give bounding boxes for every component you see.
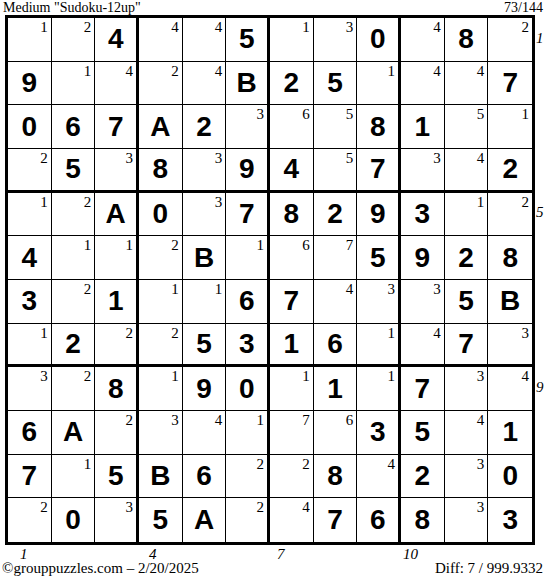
cell-r10c10[interactable]: 5	[401, 411, 445, 455]
given-digit: 8	[314, 455, 357, 498]
corner-mark: 4	[126, 63, 134, 80]
cell-r4c5[interactable]: 3	[183, 149, 227, 193]
cell-r11c4[interactable]: B	[139, 455, 183, 499]
corner-mark: 1	[84, 456, 92, 473]
cell-r4c6[interactable]: 9	[226, 149, 270, 193]
cell-r5c7[interactable]: 8	[270, 193, 314, 237]
cell-r2c11[interactable]: 4	[445, 62, 489, 106]
cell-r9c3[interactable]: 8	[95, 367, 139, 411]
cell-r8c12[interactable]: 3	[488, 324, 532, 368]
cell-r1c1[interactable]: 1	[8, 18, 52, 62]
cell-r2c2[interactable]: 1	[52, 62, 96, 106]
given-digit: 1	[270, 324, 313, 365]
corner-mark: 1	[40, 325, 48, 342]
cell-r1c10[interactable]: 4	[401, 18, 445, 62]
cell-r5c8[interactable]: 2	[314, 193, 358, 237]
cell-r2c7[interactable]: 2	[270, 62, 314, 106]
cell-r11c9[interactable]: 4	[357, 455, 401, 499]
given-digit: 7	[95, 105, 136, 148]
cell-r11c5[interactable]: 6	[183, 455, 227, 499]
cell-r1c4[interactable]: 4	[139, 18, 183, 62]
cell-r8c10[interactable]: 4	[401, 324, 445, 368]
cell-r3c1[interactable]: 0	[8, 105, 52, 149]
corner-mark: 2	[84, 281, 92, 298]
cell-r12c2[interactable]: 0	[52, 498, 96, 542]
given-digit: A	[183, 498, 226, 542]
given-digit: 2	[314, 193, 357, 236]
corner-mark: 4	[433, 19, 441, 36]
given-digit: A	[52, 411, 95, 454]
cell-r10c11[interactable]: 4	[445, 411, 489, 455]
given-digit: 5	[183, 324, 226, 365]
cell-r4c1[interactable]: 2	[8, 149, 52, 193]
cell-r8c6[interactable]: 3	[226, 324, 270, 368]
cell-r6c2[interactable]: 1	[52, 236, 96, 280]
given-digit: 2	[445, 236, 488, 279]
cell-r2c8[interactable]: 5	[314, 62, 358, 106]
cell-r4c3[interactable]: 3	[95, 149, 139, 193]
cell-r2c6[interactable]: B	[226, 62, 270, 106]
given-digit: 5	[401, 411, 444, 454]
cell-r4c8[interactable]: 5	[314, 149, 358, 193]
corner-mark: 2	[40, 499, 48, 516]
cell-r11c11[interactable]: 3	[445, 455, 489, 499]
cell-r6c3[interactable]: 1	[95, 236, 139, 280]
cell-r9c9[interactable]: 1	[357, 367, 401, 411]
cell-r5c1[interactable]: 1	[8, 193, 52, 237]
cell-r12c7[interactable]: 4	[270, 498, 314, 542]
corner-mark: 4	[215, 63, 223, 80]
cell-r2c1[interactable]: 9	[8, 62, 52, 106]
cell-r1c12[interactable]: 2	[488, 18, 532, 62]
given-digit: 9	[183, 367, 226, 410]
cell-r2c10[interactable]: 4	[401, 62, 445, 106]
cell-r1c9[interactable]: 0	[357, 18, 401, 62]
given-digit: 2	[270, 62, 313, 105]
cell-r5c10[interactable]: 3	[401, 193, 445, 237]
given-digit: 5	[139, 498, 182, 542]
cell-r10c8[interactable]: 6	[314, 411, 358, 455]
corner-mark: 4	[302, 499, 310, 516]
given-digit: 6	[314, 324, 357, 365]
given-digit: 8	[270, 193, 313, 236]
given-digit: 5	[445, 280, 488, 323]
given-digit: 8	[445, 18, 488, 61]
cell-r8c1[interactable]: 1	[8, 324, 52, 368]
given-digit: A	[95, 193, 136, 236]
corner-mark: 3	[522, 325, 530, 342]
cell-r9c10[interactable]: 7	[401, 367, 445, 411]
corner-mark: 3	[477, 499, 485, 516]
corner-mark: 4	[433, 325, 441, 342]
cell-r1c7[interactable]: 1	[270, 18, 314, 62]
cell-r8c3[interactable]: 2	[95, 324, 139, 368]
cell-r6c7[interactable]: 6	[270, 236, 314, 280]
given-digit: B	[226, 62, 267, 105]
given-digit: 2	[183, 105, 226, 148]
cell-r6c4[interactable]: 2	[139, 236, 183, 280]
given-digit: 3	[488, 498, 532, 542]
cell-r9c12[interactable]: 4	[488, 367, 532, 411]
corner-mark: 3	[126, 150, 134, 167]
col-label-7: 7	[277, 546, 285, 563]
cell-r7c4[interactable]: 1	[139, 280, 183, 324]
given-digit: 4	[270, 149, 313, 190]
given-digit: 8	[139, 149, 182, 190]
given-digit: 6	[357, 498, 398, 542]
cell-r9c2[interactable]: 2	[52, 367, 96, 411]
cell-r3c9[interactable]: 8	[357, 105, 401, 149]
given-digit: 2	[401, 455, 444, 498]
given-digit: 7	[314, 498, 357, 542]
corner-mark: 1	[84, 63, 92, 80]
given-digit: 8	[401, 498, 444, 542]
corner-mark: 1	[388, 63, 396, 80]
given-digit: 1	[488, 411, 532, 454]
corner-mark: 5	[346, 106, 354, 123]
corner-mark: 4	[215, 412, 223, 429]
given-digit: B	[488, 280, 532, 323]
given-digit: B	[183, 236, 226, 279]
given-digit: 0	[8, 105, 51, 148]
cell-r3c4[interactable]: A	[139, 105, 183, 149]
cell-r7c12[interactable]: B	[488, 280, 532, 324]
given-digit: 8	[488, 236, 532, 279]
cell-r1c11[interactable]: 8	[445, 18, 489, 62]
cell-r3c5[interactable]: 2	[183, 105, 227, 149]
cell-r1c8[interactable]: 3	[314, 18, 358, 62]
cell-r10c4[interactable]: 3	[139, 411, 183, 455]
given-digit: 5	[314, 62, 357, 105]
corner-mark: 3	[126, 499, 134, 516]
corner-mark: 4	[477, 150, 485, 167]
cell-r9c6[interactable]: 0	[226, 367, 270, 411]
corner-mark: 3	[477, 456, 485, 473]
corner-mark: 2	[126, 412, 134, 429]
row-label-1: 1	[536, 30, 544, 47]
given-digit: 3	[226, 324, 267, 365]
corner-mark: 4	[171, 19, 179, 36]
given-digit: 5	[52, 149, 95, 190]
cell-r11c10[interactable]: 2	[401, 455, 445, 499]
given-digit: 0	[52, 498, 95, 542]
corner-mark: 3	[433, 150, 441, 167]
cell-r1c6[interactable]: 5	[226, 18, 270, 62]
given-digit: 6	[226, 280, 267, 323]
given-digit: 7	[357, 149, 398, 190]
cell-r9c7[interactable]: 1	[270, 367, 314, 411]
cell-r7c1[interactable]: 3	[8, 280, 52, 324]
cell-r7c11[interactable]: 5	[445, 280, 489, 324]
cell-r2c12[interactable]: 7	[488, 62, 532, 106]
difficulty-text: Diff: 7 / 999.9332	[435, 560, 543, 577]
corner-mark: 2	[40, 150, 48, 167]
cell-r10c5[interactable]: 4	[183, 411, 227, 455]
given-digit: 5	[357, 236, 398, 279]
corner-mark: 2	[171, 63, 179, 80]
cell-r6c10[interactable]: 9	[401, 236, 445, 280]
given-digit: 6	[8, 411, 51, 454]
cell-r7c7[interactable]: 7	[270, 280, 314, 324]
cell-r9c1[interactable]: 3	[8, 367, 52, 411]
corner-mark: 1	[522, 106, 530, 123]
cell-r10c7[interactable]: 7	[270, 411, 314, 455]
corner-mark: 1	[40, 19, 48, 36]
given-digit: 8	[357, 105, 398, 148]
corner-mark: 4	[477, 63, 485, 80]
cell-r3c10[interactable]: 1	[401, 105, 445, 149]
given-digit: 4	[8, 236, 51, 279]
cell-r11c7[interactable]: 2	[270, 455, 314, 499]
given-digit: 5	[226, 18, 267, 61]
cell-r11c8[interactable]: 8	[314, 455, 358, 499]
corner-mark: 7	[346, 237, 354, 254]
cell-r11c6[interactable]: 2	[226, 455, 270, 499]
given-digit: 9	[401, 236, 444, 279]
cell-r1c2[interactable]: 2	[52, 18, 96, 62]
given-digit: 6	[52, 105, 95, 148]
corner-mark: 1	[388, 325, 396, 342]
corner-mark: 2	[171, 325, 179, 342]
cell-r4c12[interactable]: 2	[488, 149, 532, 193]
cell-r12c3[interactable]: 3	[95, 498, 139, 542]
given-digit: 6	[183, 455, 226, 498]
corner-mark: 3	[346, 19, 354, 36]
corner-mark: 3	[40, 368, 48, 385]
cell-r2c9[interactable]: 1	[357, 62, 401, 106]
cell-r6c9[interactable]: 5	[357, 236, 401, 280]
corner-mark: 1	[302, 368, 310, 385]
cell-r8c8[interactable]: 6	[314, 324, 358, 368]
cell-r2c3[interactable]: 4	[95, 62, 139, 106]
cell-r10c12[interactable]: 1	[488, 411, 532, 455]
cell-r9c4[interactable]: 1	[139, 367, 183, 411]
corner-mark: 3	[388, 281, 396, 298]
corner-mark: 2	[257, 456, 265, 473]
cell-r6c8[interactable]: 7	[314, 236, 358, 280]
cell-r12c6[interactable]: 2	[226, 498, 270, 542]
cell-r5c4[interactable]: 0	[139, 193, 183, 237]
cell-r5c12[interactable]: 2	[488, 193, 532, 237]
cell-r7c2[interactable]: 2	[52, 280, 96, 324]
cell-r1c5[interactable]: 4	[183, 18, 227, 62]
cell-r2c4[interactable]: 2	[139, 62, 183, 106]
given-digit: 3	[357, 411, 398, 454]
given-digit: 3	[401, 193, 444, 236]
given-digit: 5	[95, 455, 136, 498]
cell-r5c6[interactable]: 7	[226, 193, 270, 237]
corner-mark: 3	[215, 150, 223, 167]
corner-mark: 2	[257, 499, 265, 516]
corner-mark: 4	[433, 63, 441, 80]
given-digit: 0	[488, 455, 532, 498]
given-digit: 0	[139, 193, 182, 236]
corner-mark: 2	[171, 237, 179, 254]
cell-r3c8[interactable]: 5	[314, 105, 358, 149]
cell-r6c12[interactable]: 8	[488, 236, 532, 280]
corner-mark: 1	[477, 194, 485, 211]
cell-r3c2[interactable]: 6	[52, 105, 96, 149]
corner-mark: 3	[171, 412, 179, 429]
corner-mark: 1	[302, 19, 310, 36]
cell-r7c9[interactable]: 3	[357, 280, 401, 324]
corner-mark: 2	[302, 456, 310, 473]
given-digit: 9	[226, 149, 267, 190]
corner-mark: 4	[346, 281, 354, 298]
copyright-text: ©grouppuzzles.com – 2/20/2025	[2, 560, 199, 577]
cell-r4c11[interactable]: 4	[445, 149, 489, 193]
corner-mark: 2	[84, 368, 92, 385]
cell-r5c2[interactable]: 2	[52, 193, 96, 237]
cell-r5c11[interactable]: 1	[445, 193, 489, 237]
cell-r3c7[interactable]: 6	[270, 105, 314, 149]
corner-mark: 3	[215, 194, 223, 211]
sudoku-board: 12444513048291424B251447067A236581512538…	[5, 15, 535, 545]
corner-mark: 1	[171, 281, 179, 298]
cell-r8c11[interactable]: 7	[445, 324, 489, 368]
cell-r11c2[interactable]: 1	[52, 455, 96, 499]
corner-mark: 7	[302, 412, 310, 429]
corner-mark: 1	[215, 281, 223, 298]
cell-r9c11[interactable]: 3	[445, 367, 489, 411]
given-digit: 9	[8, 62, 51, 105]
cell-r10c6[interactable]: 1	[226, 411, 270, 455]
progress-counter: 73/144	[504, 0, 543, 16]
given-digit: 1	[401, 105, 444, 148]
corner-mark: 6	[302, 237, 310, 254]
cell-r1c3[interactable]: 4	[95, 18, 139, 62]
cell-r7c5[interactable]: 1	[183, 280, 227, 324]
cell-r12c12[interactable]: 3	[488, 498, 532, 542]
corner-mark: 1	[388, 368, 396, 385]
corner-mark: 6	[346, 412, 354, 429]
cell-r7c10[interactable]: 3	[401, 280, 445, 324]
cell-r5c5[interactable]: 3	[183, 193, 227, 237]
given-digit: 0	[357, 18, 398, 61]
puzzle-title: Medium "Sudoku-12up"	[3, 0, 141, 16]
cell-r10c2[interactable]: A	[52, 411, 96, 455]
cell-r3c6[interactable]: 3	[226, 105, 270, 149]
cell-r8c4[interactable]: 2	[139, 324, 183, 368]
corner-mark: 4	[477, 412, 485, 429]
given-digit: 7	[270, 280, 313, 323]
cell-r3c3[interactable]: 7	[95, 105, 139, 149]
corner-mark: 2	[522, 194, 530, 211]
row-label-5: 5	[536, 204, 544, 221]
corner-mark: 5	[477, 106, 485, 123]
cell-r8c5[interactable]: 5	[183, 324, 227, 368]
given-digit: 0	[226, 367, 267, 410]
cell-r6c6[interactable]: 1	[226, 236, 270, 280]
cell-r7c6[interactable]: 6	[226, 280, 270, 324]
cell-r8c2[interactable]: 2	[52, 324, 96, 368]
cell-r11c12[interactable]: 0	[488, 455, 532, 499]
corner-mark: 3	[477, 368, 485, 385]
given-digit: A	[139, 105, 182, 148]
corner-mark: 1	[257, 237, 265, 254]
cell-r9c8[interactable]: 1	[314, 367, 358, 411]
cell-r4c9[interactable]: 7	[357, 149, 401, 193]
given-digit: B	[139, 455, 182, 498]
corner-mark: 4	[522, 368, 530, 385]
given-digit: 7	[445, 324, 488, 365]
cell-r7c8[interactable]: 4	[314, 280, 358, 324]
cell-r3c12[interactable]: 1	[488, 105, 532, 149]
corner-mark: 2	[84, 19, 92, 36]
cell-r6c5[interactable]: B	[183, 236, 227, 280]
corner-mark: 4	[215, 19, 223, 36]
cell-r12c9[interactable]: 6	[357, 498, 401, 542]
given-digit: 8	[95, 367, 136, 410]
col-label-10: 10	[403, 546, 418, 563]
cell-r4c10[interactable]: 3	[401, 149, 445, 193]
corner-mark: 1	[257, 412, 265, 429]
given-digit: 7	[226, 193, 267, 236]
cell-r7c3[interactable]: 1	[95, 280, 139, 324]
given-digit: 7	[401, 367, 444, 410]
cell-r12c1[interactable]: 2	[8, 498, 52, 542]
corner-mark: 1	[40, 194, 48, 211]
cell-r10c9[interactable]: 3	[357, 411, 401, 455]
given-digit: 9	[357, 193, 398, 236]
given-digit: 2	[488, 149, 532, 190]
cell-r12c5[interactable]: A	[183, 498, 227, 542]
cell-r10c3[interactable]: 2	[95, 411, 139, 455]
cell-r11c3[interactable]: 5	[95, 455, 139, 499]
given-digit: 4	[95, 18, 136, 61]
corner-mark: 2	[84, 194, 92, 211]
row-label-9: 9	[536, 379, 544, 396]
given-digit: 1	[95, 280, 136, 323]
cell-r12c11[interactable]: 3	[445, 498, 489, 542]
cell-r8c9[interactable]: 1	[357, 324, 401, 368]
cell-r11c1[interactable]: 7	[8, 455, 52, 499]
cell-r12c8[interactable]: 7	[314, 498, 358, 542]
corner-mark: 3	[257, 106, 265, 123]
cell-r5c9[interactable]: 9	[357, 193, 401, 237]
cell-r10c1[interactable]: 6	[8, 411, 52, 455]
cell-r4c4[interactable]: 8	[139, 149, 183, 193]
corner-mark: 6	[302, 106, 310, 123]
corner-mark: 1	[126, 237, 134, 254]
cell-r5c3[interactable]: A	[95, 193, 139, 237]
cell-r2c5[interactable]: 4	[183, 62, 227, 106]
given-digit: 1	[314, 367, 357, 410]
cell-r8c7[interactable]: 1	[270, 324, 314, 368]
cell-r6c11[interactable]: 2	[445, 236, 489, 280]
cell-r12c4[interactable]: 5	[139, 498, 183, 542]
cell-r3c11[interactable]: 5	[445, 105, 489, 149]
cell-r4c2[interactable]: 5	[52, 149, 96, 193]
given-digit: 2	[52, 324, 95, 365]
corner-mark: 1	[84, 237, 92, 254]
given-digit: 3	[8, 280, 51, 323]
corner-mark: 3	[433, 281, 441, 298]
corner-mark: 1	[171, 368, 179, 385]
given-digit: 7	[8, 455, 51, 498]
corner-mark: 2	[522, 19, 530, 36]
cell-r6c1[interactable]: 4	[8, 236, 52, 280]
corner-mark: 5	[346, 150, 354, 167]
cell-r12c10[interactable]: 8	[401, 498, 445, 542]
cell-r9c5[interactable]: 9	[183, 367, 227, 411]
cell-r4c7[interactable]: 4	[270, 149, 314, 193]
corner-mark: 4	[388, 456, 396, 473]
corner-mark: 2	[126, 325, 134, 342]
given-digit: 7	[488, 62, 532, 105]
